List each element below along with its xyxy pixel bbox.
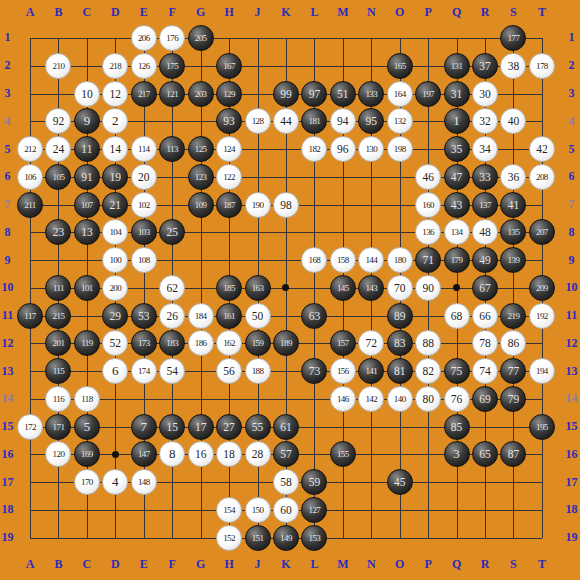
point-T13: 194 — [528, 357, 556, 385]
row-label-9: 9 — [0, 246, 15, 274]
col-label-G: G — [186, 557, 214, 572]
col-label-E: E — [130, 557, 158, 572]
point-C17: 170 — [73, 468, 101, 496]
stone-black-165-O2: 165 — [387, 53, 413, 79]
col-label-T: T — [528, 5, 556, 20]
col-label-D: D — [101, 557, 129, 572]
point-H12: 162 — [215, 330, 243, 358]
point-Q4: 1 — [442, 107, 470, 135]
point-S18 — [499, 496, 527, 524]
point-S15 — [499, 413, 527, 441]
point-N15 — [357, 413, 385, 441]
point-K2 — [272, 52, 300, 80]
stone-black-55-J15: 55 — [245, 414, 271, 440]
point-C5: 11 — [73, 135, 101, 163]
point-K11 — [272, 302, 300, 330]
stone-black-35-Q5: 35 — [444, 136, 470, 162]
point-C3: 10 — [73, 80, 101, 108]
point-H16: 18 — [215, 441, 243, 469]
point-B1 — [44, 24, 72, 52]
point-B11: 215 — [44, 302, 72, 330]
stone-white-116-B14: 116 — [45, 386, 71, 412]
point-J11: 50 — [243, 302, 271, 330]
point-G4 — [186, 107, 214, 135]
point-O15 — [385, 413, 413, 441]
stone-white-198-O5: 198 — [387, 136, 413, 162]
point-K9 — [272, 246, 300, 274]
point-D4: 2 — [101, 107, 129, 135]
point-T16 — [528, 441, 556, 469]
point-G13 — [186, 357, 214, 385]
point-G6: 123 — [186, 163, 214, 191]
point-D1 — [101, 24, 129, 52]
stone-black-201-B12: 201 — [45, 330, 71, 356]
point-F10: 62 — [158, 274, 186, 302]
row-label-1: 1 — [0, 24, 15, 52]
point-Q10 — [442, 274, 470, 302]
row-label-2: 2 — [563, 52, 580, 80]
point-T18 — [528, 496, 556, 524]
point-N12: 72 — [357, 330, 385, 358]
row-labels-left: 12345678910111213141516171819 — [0, 24, 15, 552]
stone-black-19-D6: 19 — [102, 164, 128, 190]
point-O8 — [385, 218, 413, 246]
point-R6: 33 — [471, 163, 499, 191]
stone-black-15-F15: 15 — [159, 414, 185, 440]
stone-white-208-T6: 208 — [529, 164, 555, 190]
row-label-7: 7 — [0, 191, 15, 219]
point-R4: 32 — [471, 107, 499, 135]
stone-black-11-C5: 11 — [74, 136, 100, 162]
point-R7: 137 — [471, 191, 499, 219]
stone-black-207-T8: 207 — [529, 219, 555, 245]
stone-black-169-C16: 169 — [74, 441, 100, 467]
stone-white-124-H5: 124 — [216, 136, 242, 162]
point-E9: 108 — [130, 246, 158, 274]
point-B4: 92 — [44, 107, 72, 135]
stone-white-142-N14: 142 — [358, 386, 384, 412]
stone-white-80-P14: 80 — [415, 386, 441, 412]
stone-white-168-L9: 168 — [301, 247, 327, 273]
stone-white-194-T13: 194 — [529, 358, 555, 384]
stone-black-101-C10: 101 — [74, 275, 100, 301]
stone-white-140-O14: 140 — [387, 386, 413, 412]
point-A9 — [16, 246, 44, 274]
col-label-F: F — [158, 557, 186, 572]
point-E3: 217 — [130, 80, 158, 108]
point-P18 — [414, 496, 442, 524]
point-F13: 54 — [158, 357, 186, 385]
stone-white-50-J11: 50 — [245, 303, 271, 329]
row-label-17: 17 — [0, 468, 15, 496]
stone-black-79-S14: 79 — [500, 386, 526, 412]
point-O9: 180 — [385, 246, 413, 274]
star-point-Q10 — [453, 284, 460, 291]
stone-white-192-T11: 192 — [529, 303, 555, 329]
point-L6 — [300, 163, 328, 191]
point-A17 — [16, 468, 44, 496]
point-A2 — [16, 52, 44, 80]
point-K19: 149 — [272, 524, 300, 552]
point-P15 — [414, 413, 442, 441]
point-P9: 71 — [414, 246, 442, 274]
stone-white-76-Q14: 76 — [444, 386, 470, 412]
stone-black-163-J10: 163 — [245, 275, 271, 301]
col-label-D: D — [101, 5, 129, 20]
stone-black-45-O17: 45 — [387, 469, 413, 495]
stone-white-212-A5: 212 — [17, 136, 43, 162]
row-label-19: 19 — [0, 524, 15, 552]
point-E13: 174 — [130, 357, 158, 385]
stone-black-179-Q9: 179 — [444, 247, 470, 273]
stone-white-94-M4: 94 — [330, 108, 356, 134]
point-T5: 42 — [528, 135, 556, 163]
stone-white-154-H18: 154 — [216, 497, 242, 523]
row-label-5: 5 — [0, 135, 15, 163]
point-P2 — [414, 52, 442, 80]
point-N19 — [357, 524, 385, 552]
row-label-3: 3 — [563, 80, 580, 108]
row-label-4: 4 — [563, 107, 580, 135]
point-H14 — [215, 385, 243, 413]
stone-white-160-P7: 160 — [415, 192, 441, 218]
point-N4: 95 — [357, 107, 385, 135]
row-label-3: 3 — [0, 80, 15, 108]
row-label-15: 15 — [563, 413, 580, 441]
point-E19 — [130, 524, 158, 552]
point-B10: 111 — [44, 274, 72, 302]
point-T6: 208 — [528, 163, 556, 191]
point-P12: 88 — [414, 330, 442, 358]
row-label-16: 16 — [563, 441, 580, 469]
point-H15: 27 — [215, 413, 243, 441]
point-F1: 176 — [158, 24, 186, 52]
col-label-A: A — [16, 557, 44, 572]
col-label-P: P — [414, 5, 442, 20]
point-T9 — [528, 246, 556, 274]
stone-white-178-T2: 178 — [529, 53, 555, 79]
point-C1 — [73, 24, 101, 52]
stone-black-135-S8: 135 — [500, 219, 526, 245]
point-C19 — [73, 524, 101, 552]
stone-black-149-K19: 149 — [273, 525, 299, 551]
point-N2 — [357, 52, 385, 80]
board-grid: 2061762051772102181261751671651313738178… — [16, 24, 556, 552]
stone-white-114-E5: 114 — [131, 136, 157, 162]
point-M9: 158 — [329, 246, 357, 274]
stone-black-85-Q15: 85 — [444, 414, 470, 440]
stone-black-37-R2: 37 — [472, 53, 498, 79]
col-label-C: C — [73, 557, 101, 572]
point-D18 — [101, 496, 129, 524]
point-K15: 61 — [272, 413, 300, 441]
point-C14: 118 — [73, 385, 101, 413]
stone-black-5-C15: 5 — [74, 414, 100, 440]
stone-black-41-S7: 41 — [500, 192, 526, 218]
point-E7: 102 — [130, 191, 158, 219]
point-B19 — [44, 524, 72, 552]
point-P4 — [414, 107, 442, 135]
point-O11: 89 — [385, 302, 413, 330]
point-N1 — [357, 24, 385, 52]
point-P19 — [414, 524, 442, 552]
point-S6: 36 — [499, 163, 527, 191]
point-N10: 143 — [357, 274, 385, 302]
point-E17: 148 — [130, 468, 158, 496]
col-label-O: O — [385, 557, 413, 572]
stone-white-200-D10: 200 — [102, 275, 128, 301]
stone-black-31-Q3: 31 — [444, 81, 470, 107]
stone-white-18-H16: 18 — [216, 441, 242, 467]
point-K14 — [272, 385, 300, 413]
point-F19 — [158, 524, 186, 552]
point-H17 — [215, 468, 243, 496]
stone-black-107-C7: 107 — [74, 192, 100, 218]
stone-white-218-D2: 218 — [102, 53, 128, 79]
stone-black-187-H7: 187 — [216, 192, 242, 218]
point-S11: 219 — [499, 302, 527, 330]
stone-white-186-G12: 186 — [188, 330, 214, 356]
stone-white-108-E9: 108 — [131, 247, 157, 273]
point-D13: 6 — [101, 357, 129, 385]
stone-white-10-C3: 10 — [74, 81, 100, 107]
stone-white-24-B5: 24 — [45, 136, 71, 162]
stone-white-128-J4: 128 — [245, 108, 271, 134]
stone-black-147-E16: 147 — [131, 441, 157, 467]
point-S12: 86 — [499, 330, 527, 358]
stone-black-113-F5: 113 — [159, 136, 185, 162]
row-label-18: 18 — [563, 496, 580, 524]
point-E6: 20 — [130, 163, 158, 191]
stone-black-141-N13: 141 — [358, 358, 384, 384]
point-R16: 65 — [471, 441, 499, 469]
point-F14 — [158, 385, 186, 413]
point-T12 — [528, 330, 556, 358]
col-label-J: J — [243, 5, 271, 20]
point-F3: 121 — [158, 80, 186, 108]
point-S10 — [499, 274, 527, 302]
point-R2: 37 — [471, 52, 499, 80]
stone-black-157-M12: 157 — [330, 330, 356, 356]
point-G8 — [186, 218, 214, 246]
point-Q3: 31 — [442, 80, 470, 108]
star-point-K10 — [282, 284, 289, 291]
stone-black-17-G15: 17 — [188, 414, 214, 440]
point-P6: 46 — [414, 163, 442, 191]
point-M15 — [329, 413, 357, 441]
point-P3: 197 — [414, 80, 442, 108]
stone-white-62-F10: 62 — [159, 275, 185, 301]
point-H4: 93 — [215, 107, 243, 135]
stone-white-6-D13: 6 — [102, 358, 128, 384]
row-label-18: 18 — [0, 496, 15, 524]
point-J16: 28 — [243, 441, 271, 469]
stone-black-155-M16: 155 — [330, 441, 356, 467]
point-B17 — [44, 468, 72, 496]
point-S4: 40 — [499, 107, 527, 135]
point-R9: 49 — [471, 246, 499, 274]
stone-black-51-M3: 51 — [330, 81, 356, 107]
stone-white-176-F1: 176 — [159, 25, 185, 51]
stone-white-16-G16: 16 — [188, 441, 214, 467]
col-label-H: H — [215, 557, 243, 572]
point-L13: 73 — [300, 357, 328, 385]
stone-white-158-M9: 158 — [330, 247, 356, 273]
stone-black-49-R9: 49 — [472, 247, 498, 273]
point-Q18 — [442, 496, 470, 524]
point-A11: 117 — [16, 302, 44, 330]
stone-white-152-H19: 152 — [216, 525, 242, 551]
stone-black-77-S13: 77 — [500, 358, 526, 384]
stone-black-97-L3: 97 — [301, 81, 327, 107]
point-B13: 115 — [44, 357, 72, 385]
point-Q15: 85 — [442, 413, 470, 441]
stone-black-175-F2: 175 — [159, 53, 185, 79]
point-C16: 169 — [73, 441, 101, 469]
col-label-K: K — [272, 5, 300, 20]
col-label-C: C — [73, 5, 101, 20]
stone-black-131-Q2: 131 — [444, 53, 470, 79]
point-A15: 172 — [16, 413, 44, 441]
point-S16: 87 — [499, 441, 527, 469]
stone-white-156-M13: 156 — [330, 358, 356, 384]
point-K7: 98 — [272, 191, 300, 219]
col-label-H: H — [215, 5, 243, 20]
stone-white-210-B2: 210 — [45, 53, 71, 79]
stone-white-44-K4: 44 — [273, 108, 299, 134]
point-L11: 63 — [300, 302, 328, 330]
stone-black-47-Q6: 47 — [444, 164, 470, 190]
point-A16 — [16, 441, 44, 469]
point-G11: 184 — [186, 302, 214, 330]
stone-white-68-Q11: 68 — [444, 303, 470, 329]
stone-white-20-E6: 20 — [131, 164, 157, 190]
point-E16: 147 — [130, 441, 158, 469]
stone-white-106-A6: 106 — [17, 164, 43, 190]
point-T15: 195 — [528, 413, 556, 441]
stone-white-144-N9: 144 — [358, 247, 384, 273]
point-T17 — [528, 468, 556, 496]
point-O16 — [385, 441, 413, 469]
stone-black-153-L19: 153 — [301, 525, 327, 551]
row-label-14: 14 — [563, 385, 580, 413]
point-D3: 12 — [101, 80, 129, 108]
point-K8 — [272, 218, 300, 246]
point-M19 — [329, 524, 357, 552]
point-Q8: 134 — [442, 218, 470, 246]
point-R12: 78 — [471, 330, 499, 358]
point-P1 — [414, 24, 442, 52]
point-T8: 207 — [528, 218, 556, 246]
point-J14 — [243, 385, 271, 413]
stone-black-205-G1: 205 — [188, 25, 214, 51]
point-P7: 160 — [414, 191, 442, 219]
stone-white-2-D4: 2 — [102, 108, 128, 134]
point-C4: 9 — [73, 107, 101, 135]
stone-black-143-N10: 143 — [358, 275, 384, 301]
point-L17: 59 — [300, 468, 328, 496]
stone-white-182-L5: 182 — [301, 136, 327, 162]
stone-black-59-L17: 59 — [301, 469, 327, 495]
point-J13: 188 — [243, 357, 271, 385]
point-L5: 182 — [300, 135, 328, 163]
point-S5 — [499, 135, 527, 163]
stone-black-91-C6: 91 — [74, 164, 100, 190]
point-L2 — [300, 52, 328, 80]
point-M4: 94 — [329, 107, 357, 135]
stone-white-72-N12: 72 — [358, 330, 384, 356]
point-L8 — [300, 218, 328, 246]
go-kifu-diagram: ABCDEFGHJKLMNOPQRST ABCDEFGHJKLMNOPQRST … — [0, 0, 580, 580]
point-S7: 41 — [499, 191, 527, 219]
point-D5: 14 — [101, 135, 129, 163]
point-S14: 79 — [499, 385, 527, 413]
point-N9: 144 — [357, 246, 385, 274]
point-R1 — [471, 24, 499, 52]
point-L19: 153 — [300, 524, 328, 552]
point-R11: 66 — [471, 302, 499, 330]
stone-white-184-G11: 184 — [188, 303, 214, 329]
point-G10 — [186, 274, 214, 302]
stone-black-69-R14: 69 — [472, 386, 498, 412]
point-E11: 53 — [130, 302, 158, 330]
point-M11 — [329, 302, 357, 330]
stone-white-88-P12: 88 — [415, 330, 441, 356]
point-O4: 132 — [385, 107, 413, 135]
point-Q9: 179 — [442, 246, 470, 274]
point-T7 — [528, 191, 556, 219]
point-K17: 58 — [272, 468, 300, 496]
stone-white-146-M14: 146 — [330, 386, 356, 412]
column-labels-bottom: ABCDEFGHJKLMNOPQRST — [16, 557, 556, 572]
point-H8 — [215, 218, 243, 246]
stone-white-58-K17: 58 — [273, 469, 299, 495]
point-L15 — [300, 413, 328, 441]
point-O6 — [385, 163, 413, 191]
point-B12: 201 — [44, 330, 72, 358]
point-D19 — [101, 524, 129, 552]
col-label-R: R — [471, 5, 499, 20]
point-N18 — [357, 496, 385, 524]
point-H19: 152 — [215, 524, 243, 552]
col-label-A: A — [16, 5, 44, 20]
stone-white-60-K18: 60 — [273, 497, 299, 523]
stone-black-99-K3: 99 — [273, 81, 299, 107]
col-label-L: L — [300, 557, 328, 572]
point-M8 — [329, 218, 357, 246]
stone-white-98-K7: 98 — [273, 192, 299, 218]
point-G18 — [186, 496, 214, 524]
point-F12: 183 — [158, 330, 186, 358]
stone-black-215-B11: 215 — [45, 303, 71, 329]
point-N14: 142 — [357, 385, 385, 413]
point-N11 — [357, 302, 385, 330]
stone-black-129-H3: 129 — [216, 81, 242, 107]
point-J3 — [243, 80, 271, 108]
point-E14 — [130, 385, 158, 413]
point-P11 — [414, 302, 442, 330]
point-J9 — [243, 246, 271, 274]
point-T3 — [528, 80, 556, 108]
stone-black-133-N3: 133 — [358, 81, 384, 107]
stone-white-92-B4: 92 — [45, 108, 71, 134]
point-A19 — [16, 524, 44, 552]
row-label-11: 11 — [0, 302, 15, 330]
point-N16 — [357, 441, 385, 469]
point-K13 — [272, 357, 300, 385]
point-F11: 26 — [158, 302, 186, 330]
point-H2: 167 — [215, 52, 243, 80]
